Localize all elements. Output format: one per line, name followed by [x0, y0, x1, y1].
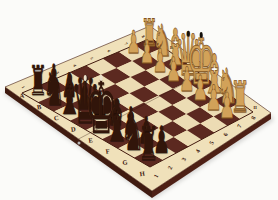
far-file-label-e: E — [212, 75, 215, 80]
far-file-label-a: A — [156, 35, 159, 40]
far-file-label-d: D — [198, 65, 201, 70]
far-file-label-b: B — [170, 45, 173, 50]
far-file-label-f: F — [226, 85, 229, 90]
hinge-stud — [78, 142, 81, 145]
far-file-label-c: C — [184, 55, 187, 60]
chess-board: A11AB22BC33CD44DE55EF66FG77GH88H — [0, 0, 278, 200]
file-label-g: G — [122, 158, 128, 166]
file-label-h: H — [139, 170, 145, 178]
chessboard-photo: A11AB22BC33CD44DE55EF66FG77GH88H ♜♟♞♟♝♟♛… — [0, 0, 278, 200]
